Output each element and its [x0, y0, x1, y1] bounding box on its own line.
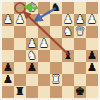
- square-g3[interactable]: [74, 62, 86, 74]
- square-c1[interactable]: [26, 86, 38, 98]
- piece-white-queen-g6[interactable]: ♛: [74, 26, 86, 38]
- square-f4[interactable]: ♝: [62, 50, 74, 62]
- square-g1[interactable]: ♚: [74, 86, 86, 98]
- square-d8[interactable]: [38, 2, 50, 14]
- square-f2[interactable]: [62, 74, 74, 86]
- square-a6[interactable]: [2, 26, 14, 38]
- square-f1[interactable]: [62, 86, 74, 98]
- square-e2[interactable]: ♜: [50, 74, 62, 86]
- square-b6[interactable]: [14, 26, 26, 38]
- square-b7[interactable]: ♟: [14, 14, 26, 26]
- square-a1[interactable]: [2, 86, 14, 98]
- piece-black-bishop-f4[interactable]: ♝: [62, 50, 74, 62]
- square-f6[interactable]: ♞: [62, 26, 74, 38]
- piece-white-pawn-d5[interactable]: ♟: [38, 38, 50, 50]
- piece-black-pawn-c3[interactable]: ♟: [26, 62, 38, 74]
- square-e7[interactable]: [50, 14, 62, 26]
- square-c3[interactable]: ♟: [26, 62, 38, 74]
- square-h2[interactable]: [86, 74, 98, 86]
- piece-black-knight-e8[interactable]: ♞: [50, 2, 62, 14]
- piece-black-pawn-h3[interactable]: ♟: [86, 62, 98, 74]
- square-b1[interactable]: ♜: [14, 86, 26, 98]
- square-c2[interactable]: [26, 74, 38, 86]
- piece-black-rook-b1[interactable]: ♜: [14, 86, 26, 98]
- piece-black-king-g1[interactable]: ♚: [74, 86, 86, 98]
- square-e6[interactable]: [50, 26, 62, 38]
- square-a7[interactable]: ♟: [2, 14, 14, 26]
- square-f3[interactable]: [62, 62, 74, 74]
- square-h3[interactable]: ♟: [86, 62, 98, 74]
- square-e5[interactable]: [50, 38, 62, 50]
- piece-white-rook-e2[interactable]: ♜: [50, 74, 62, 86]
- chess-board-window: ♚♞♟♟♟♟♟♞♛♟♟♞♝♟♟♟♟♟♜♜♚: [0, 0, 100, 100]
- square-g5[interactable]: [74, 38, 86, 50]
- square-a5[interactable]: [2, 38, 14, 50]
- piece-white-pawn-h7[interactable]: ♟: [86, 14, 98, 26]
- square-g4[interactable]: [74, 50, 86, 62]
- square-d3[interactable]: [38, 62, 50, 74]
- piece-white-pawn-b7[interactable]: ♟: [14, 14, 26, 26]
- piece-black-pawn-a2[interactable]: ♟: [2, 74, 14, 86]
- square-d5[interactable]: ♟: [38, 38, 50, 50]
- square-c8[interactable]: ♚: [26, 2, 38, 14]
- square-b4[interactable]: [14, 50, 26, 62]
- square-d2[interactable]: [38, 74, 50, 86]
- piece-white-knight-f6[interactable]: ♞: [62, 26, 74, 38]
- square-d4[interactable]: [38, 50, 50, 62]
- square-d7[interactable]: [38, 14, 50, 26]
- square-g6[interactable]: ♛: [74, 26, 86, 38]
- square-h7[interactable]: ♟: [86, 14, 98, 26]
- square-h6[interactable]: [86, 26, 98, 38]
- piece-white-pawn-a7[interactable]: ♟: [2, 14, 14, 26]
- piece-white-king-c8[interactable]: ♚: [26, 2, 38, 14]
- chess-board[interactable]: ♚♞♟♟♟♟♟♞♛♟♟♞♝♟♟♟♟♟♜♜♚: [2, 2, 98, 98]
- square-a2[interactable]: ♟: [2, 74, 14, 86]
- square-d1[interactable]: [38, 86, 50, 98]
- square-c7[interactable]: [26, 14, 38, 26]
- square-e8[interactable]: ♞: [50, 2, 62, 14]
- square-e4[interactable]: [50, 50, 62, 62]
- square-e1[interactable]: [50, 86, 62, 98]
- square-b3[interactable]: [14, 62, 26, 74]
- square-b5[interactable]: [14, 38, 26, 50]
- square-h1[interactable]: [86, 86, 98, 98]
